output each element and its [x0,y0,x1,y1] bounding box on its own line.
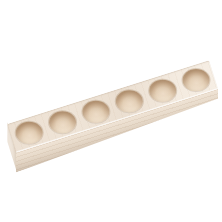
pit-6[interactable] [183,69,210,91]
pit-3[interactable] [82,101,109,123]
pit-1[interactable] [16,122,43,144]
pit-2[interactable] [49,111,76,133]
pit-5[interactable] [149,80,176,102]
product-photo-scene [0,0,222,222]
pit-4[interactable] [116,90,143,112]
mancala-board [7,60,218,152]
